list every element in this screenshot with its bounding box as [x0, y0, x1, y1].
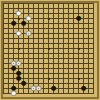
white-stone: ●	[11, 91, 17, 96]
white-stone: ●	[16, 11, 22, 16]
intersection[interactable]: ●	[16, 31, 21, 36]
black-stone: ●	[81, 86, 87, 91]
intersection[interactable]: ●	[26, 31, 31, 36]
intersection[interactable]: ●	[11, 91, 16, 96]
intersection[interactable]: ●	[51, 86, 56, 91]
white-stone: ●	[16, 31, 22, 36]
board-cells: ●●●●●●●●●●●●●●●●●●●	[1, 1, 96, 96]
black-stone: ●	[51, 86, 57, 91]
intersection[interactable]: ●	[21, 21, 26, 26]
stone-number-mark	[28, 33, 30, 35]
stone-number-mark	[38, 88, 40, 90]
black-stone: ●	[21, 81, 27, 86]
go-board: ●●●●●●●●●●●●●●●●●●●	[1, 1, 99, 99]
stone-number-mark	[13, 63, 15, 65]
stone-number-mark	[18, 63, 20, 65]
intersection[interactable]: ●	[76, 16, 81, 21]
intersection[interactable]: ●	[16, 61, 21, 66]
stone-number-mark	[33, 88, 35, 90]
intersection[interactable]: ●	[36, 86, 41, 91]
black-stone: ●	[76, 16, 82, 21]
intersection[interactable]: ●	[11, 21, 16, 26]
black-stone: ●	[21, 21, 27, 26]
black-stone: ●	[11, 21, 17, 26]
intersection[interactable]: ●	[21, 81, 26, 86]
intersection[interactable]: ●	[16, 11, 21, 16]
go-board-screenshot: ●●●●●●●●●●●●●●●●●●●	[0, 0, 100, 100]
intersection[interactable]: ●	[81, 86, 86, 91]
intersection[interactable]: ●	[26, 16, 31, 21]
intersection[interactable]	[91, 91, 96, 96]
